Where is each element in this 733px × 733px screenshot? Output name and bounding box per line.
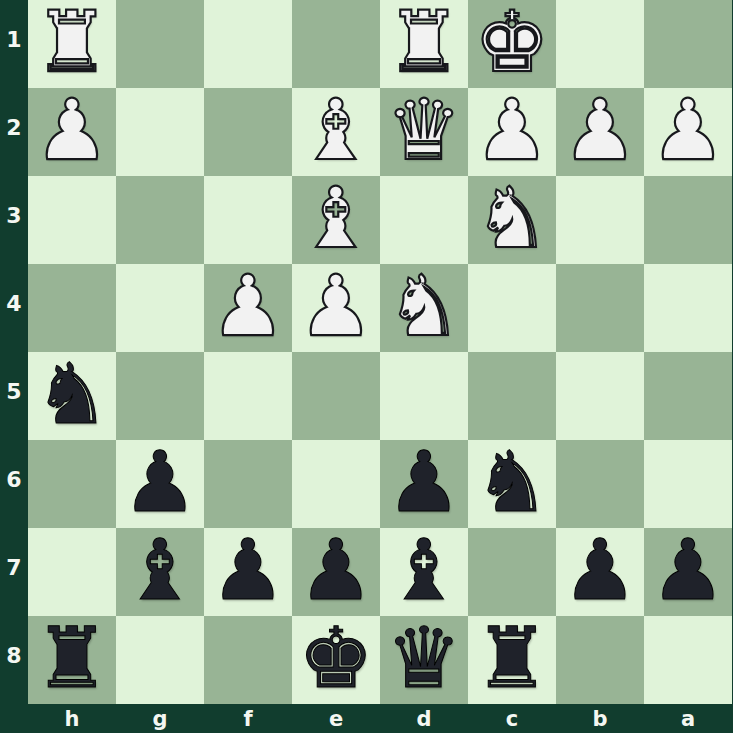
square-d7[interactable]: ♝	[380, 528, 468, 616]
square-e4[interactable]: ♟	[292, 264, 380, 352]
rank-label-7: 7	[0, 523, 28, 611]
white-pawn-h2[interactable]: ♟	[34, 86, 109, 174]
square-e3[interactable]: ♝	[292, 176, 380, 264]
black-pawn-f7[interactable]: ♟	[210, 526, 285, 614]
square-g7[interactable]: ♝	[116, 528, 204, 616]
square-d2[interactable]: ♛	[380, 88, 468, 176]
square-a7[interactable]: ♟	[644, 528, 732, 616]
square-h6[interactable]	[28, 440, 116, 528]
black-rook-h8[interactable]: ♜	[34, 614, 109, 702]
square-f1[interactable]	[204, 0, 292, 88]
white-pawn-c2[interactable]: ♟	[474, 86, 549, 174]
square-c6[interactable]: ♞	[468, 440, 556, 528]
square-f6[interactable]	[204, 440, 292, 528]
rank-label-6: 6	[0, 435, 28, 523]
square-e5[interactable]	[292, 352, 380, 440]
square-d6[interactable]: ♟	[380, 440, 468, 528]
black-pawn-a7[interactable]: ♟	[650, 526, 725, 614]
black-bishop-d7[interactable]: ♝	[386, 526, 461, 614]
square-b6[interactable]	[556, 440, 644, 528]
square-e1[interactable]	[292, 0, 380, 88]
square-h2[interactable]: ♟	[28, 88, 116, 176]
square-d8[interactable]: ♛	[380, 616, 468, 704]
white-rook-h1[interactable]: ♜	[34, 0, 109, 86]
square-e2[interactable]: ♝	[292, 88, 380, 176]
square-g3[interactable]	[116, 176, 204, 264]
square-b8[interactable]	[556, 616, 644, 704]
square-a6[interactable]	[644, 440, 732, 528]
square-g4[interactable]	[116, 264, 204, 352]
white-king-c1[interactable]: ♚	[474, 0, 549, 86]
square-h7[interactable]	[28, 528, 116, 616]
rank-label-5: 5	[0, 347, 28, 435]
square-d1[interactable]: ♜	[380, 0, 468, 88]
file-label-g: g	[116, 704, 204, 733]
rank-label-8: 8	[0, 611, 28, 699]
square-c3[interactable]: ♞	[468, 176, 556, 264]
file-label-d: d	[380, 704, 468, 733]
square-h8[interactable]: ♜	[28, 616, 116, 704]
square-g8[interactable]	[116, 616, 204, 704]
square-c4[interactable]	[468, 264, 556, 352]
file-label-e: e	[292, 704, 380, 733]
square-c5[interactable]	[468, 352, 556, 440]
square-d5[interactable]	[380, 352, 468, 440]
square-f2[interactable]	[204, 88, 292, 176]
square-d4[interactable]: ♞	[380, 264, 468, 352]
white-bishop-e2[interactable]: ♝	[298, 86, 373, 174]
square-h4[interactable]	[28, 264, 116, 352]
file-label-b: b	[556, 704, 644, 733]
white-pawn-b2[interactable]: ♟	[562, 86, 637, 174]
square-e7[interactable]: ♟	[292, 528, 380, 616]
square-f8[interactable]	[204, 616, 292, 704]
file-label-a: a	[644, 704, 732, 733]
square-g5[interactable]	[116, 352, 204, 440]
square-e6[interactable]	[292, 440, 380, 528]
white-rook-d1[interactable]: ♜	[386, 0, 461, 86]
black-knight-c6[interactable]: ♞	[474, 438, 549, 526]
rank-label-3: 3	[0, 171, 28, 259]
white-pawn-a2[interactable]: ♟	[650, 86, 725, 174]
black-pawn-e7[interactable]: ♟	[298, 526, 373, 614]
square-f4[interactable]: ♟	[204, 264, 292, 352]
square-a5[interactable]	[644, 352, 732, 440]
square-c7[interactable]	[468, 528, 556, 616]
white-queen-d2[interactable]: ♛	[386, 86, 461, 174]
file-label-f: f	[204, 704, 292, 733]
square-c8[interactable]: ♜	[468, 616, 556, 704]
file-label-c: c	[468, 704, 556, 733]
chessboard-frame: 12345678 ♜♜♚♟♝♛♟♟♟♝♞♟♟♞♞♟♟♞♝♟♟♝♟♟♜♚♛♜ hg…	[0, 0, 733, 733]
white-pawn-e4[interactable]: ♟	[298, 262, 373, 350]
square-b2[interactable]: ♟	[556, 88, 644, 176]
square-b4[interactable]	[556, 264, 644, 352]
square-h3[interactable]	[28, 176, 116, 264]
square-f7[interactable]: ♟	[204, 528, 292, 616]
black-rook-c8[interactable]: ♜	[474, 614, 549, 702]
square-a3[interactable]	[644, 176, 732, 264]
square-e8[interactable]: ♚	[292, 616, 380, 704]
rank-label-1: 1	[0, 0, 28, 83]
square-g2[interactable]	[116, 88, 204, 176]
black-pawn-g6[interactable]: ♟	[122, 438, 197, 526]
square-b5[interactable]	[556, 352, 644, 440]
black-queen-d8[interactable]: ♛	[386, 614, 461, 702]
white-knight-d4[interactable]: ♞	[386, 262, 461, 350]
square-a2[interactable]: ♟	[644, 88, 732, 176]
square-c1[interactable]: ♚	[468, 0, 556, 88]
black-bishop-g7[interactable]: ♝	[122, 526, 197, 614]
black-knight-h5[interactable]: ♞	[34, 350, 109, 438]
square-f5[interactable]	[204, 352, 292, 440]
rank-label-2: 2	[0, 83, 28, 171]
square-h5[interactable]: ♞	[28, 352, 116, 440]
square-a1[interactable]	[644, 0, 732, 88]
square-h1[interactable]: ♜	[28, 0, 116, 88]
rank-labels: 12345678	[0, 0, 28, 704]
square-f3[interactable]	[204, 176, 292, 264]
file-label-h: h	[28, 704, 116, 733]
square-g6[interactable]: ♟	[116, 440, 204, 528]
file-labels: hgfedcba	[28, 704, 732, 733]
white-bishop-e3[interactable]: ♝	[298, 174, 373, 262]
black-pawn-b7[interactable]: ♟	[562, 526, 637, 614]
square-a8[interactable]	[644, 616, 732, 704]
black-king-e8[interactable]: ♚	[298, 614, 373, 702]
square-b7[interactable]: ♟	[556, 528, 644, 616]
board: ♜♜♚♟♝♛♟♟♟♝♞♟♟♞♞♟♟♞♝♟♟♝♟♟♜♚♛♜	[28, 0, 732, 704]
square-d3[interactable]	[380, 176, 468, 264]
square-g1[interactable]	[116, 0, 204, 88]
white-knight-c3[interactable]: ♞	[474, 174, 549, 262]
black-pawn-d6[interactable]: ♟	[386, 438, 461, 526]
square-b1[interactable]	[556, 0, 644, 88]
rank-label-4: 4	[0, 259, 28, 347]
white-pawn-f4[interactable]: ♟	[210, 262, 285, 350]
square-b3[interactable]	[556, 176, 644, 264]
square-a4[interactable]	[644, 264, 732, 352]
square-c2[interactable]: ♟	[468, 88, 556, 176]
